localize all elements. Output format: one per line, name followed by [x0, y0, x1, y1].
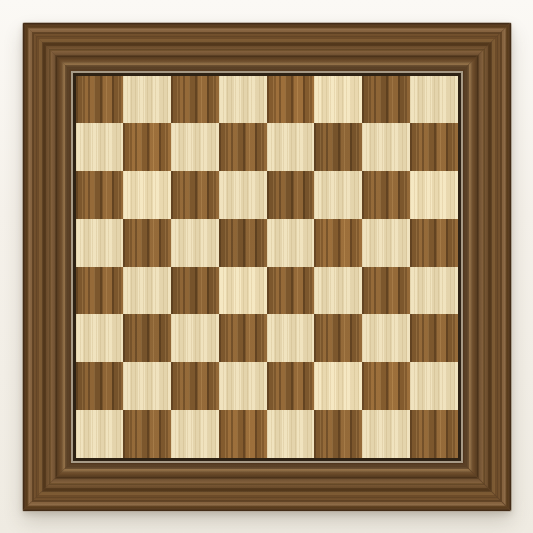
square-f5 — [314, 219, 362, 267]
square-h3 — [410, 314, 458, 362]
square-d7 — [219, 123, 267, 171]
square-d8 — [219, 76, 267, 124]
square-g7 — [362, 123, 410, 171]
square-c1 — [171, 410, 219, 458]
square-a8 — [76, 76, 124, 124]
square-g5 — [362, 219, 410, 267]
board-frame-bottom — [23, 463, 511, 511]
square-f7 — [314, 123, 362, 171]
square-c8 — [171, 76, 219, 124]
square-a4 — [76, 267, 124, 315]
square-h2 — [410, 362, 458, 410]
square-e8 — [267, 76, 315, 124]
square-b2 — [123, 362, 171, 410]
square-b6 — [123, 171, 171, 219]
square-e7 — [267, 123, 315, 171]
square-c7 — [171, 123, 219, 171]
square-d1 — [219, 410, 267, 458]
square-h5 — [410, 219, 458, 267]
square-c4 — [171, 267, 219, 315]
square-g4 — [362, 267, 410, 315]
square-d6 — [219, 171, 267, 219]
board-inner-border — [71, 71, 463, 463]
square-h4 — [410, 267, 458, 315]
square-d2 — [219, 362, 267, 410]
square-e1 — [267, 410, 315, 458]
square-g1 — [362, 410, 410, 458]
square-h6 — [410, 171, 458, 219]
board-frame-top — [23, 23, 511, 71]
square-f2 — [314, 362, 362, 410]
board-frame-right — [463, 23, 511, 511]
square-a3 — [76, 314, 124, 362]
square-a1 — [76, 410, 124, 458]
square-f1 — [314, 410, 362, 458]
square-c3 — [171, 314, 219, 362]
square-e6 — [267, 171, 315, 219]
square-c2 — [171, 362, 219, 410]
square-e5 — [267, 219, 315, 267]
board-frame-left — [23, 23, 71, 511]
square-f3 — [314, 314, 362, 362]
square-h1 — [410, 410, 458, 458]
square-e4 — [267, 267, 315, 315]
square-c6 — [171, 171, 219, 219]
square-e2 — [267, 362, 315, 410]
square-b1 — [123, 410, 171, 458]
square-g2 — [362, 362, 410, 410]
square-a6 — [76, 171, 124, 219]
square-h8 — [410, 76, 458, 124]
square-f4 — [314, 267, 362, 315]
page-background — [0, 0, 533, 533]
square-b5 — [123, 219, 171, 267]
square-f6 — [314, 171, 362, 219]
chess-board — [23, 23, 511, 511]
square-d3 — [219, 314, 267, 362]
square-h7 — [410, 123, 458, 171]
square-c5 — [171, 219, 219, 267]
square-g8 — [362, 76, 410, 124]
square-d5 — [219, 219, 267, 267]
square-b7 — [123, 123, 171, 171]
square-d4 — [219, 267, 267, 315]
square-b3 — [123, 314, 171, 362]
square-b8 — [123, 76, 171, 124]
board-grid — [73, 73, 461, 461]
square-a2 — [76, 362, 124, 410]
square-g3 — [362, 314, 410, 362]
square-g6 — [362, 171, 410, 219]
square-a5 — [76, 219, 124, 267]
square-b4 — [123, 267, 171, 315]
square-a7 — [76, 123, 124, 171]
square-e3 — [267, 314, 315, 362]
square-f8 — [314, 76, 362, 124]
